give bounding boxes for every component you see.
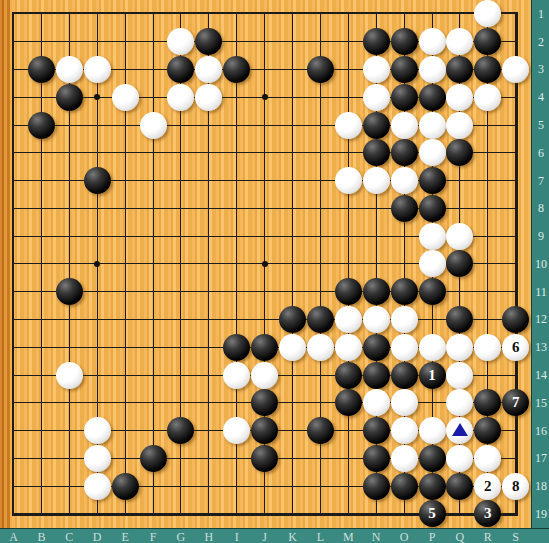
stone-black[interactable] (335, 278, 362, 305)
stone-white[interactable]: 2 (474, 473, 501, 500)
stone-white[interactable] (251, 362, 278, 389)
stone-white[interactable] (56, 362, 83, 389)
stone-white[interactable] (335, 167, 362, 194)
row-labels-strip: 12345678910111213141516171819 (531, 0, 549, 528)
stone-black[interactable] (251, 417, 278, 444)
stone-black[interactable] (140, 445, 167, 472)
col-label: K (288, 530, 297, 543)
stone-white[interactable] (56, 56, 83, 83)
stone-black[interactable] (84, 167, 111, 194)
col-label: G (177, 530, 186, 543)
row-label: 3 (532, 62, 549, 77)
stone-black[interactable] (391, 84, 418, 111)
stone-white[interactable] (419, 28, 446, 55)
stone-white[interactable] (84, 56, 111, 83)
row-label: 10 (532, 256, 549, 271)
stone-black[interactable] (279, 306, 306, 333)
stone-black[interactable] (419, 84, 446, 111)
stone-white[interactable] (446, 334, 473, 361)
stone-black[interactable] (391, 278, 418, 305)
stone-black[interactable]: 5 (419, 500, 446, 527)
stone-white[interactable] (419, 250, 446, 277)
star-point (262, 94, 268, 100)
stone-black[interactable] (391, 56, 418, 83)
row-label: 16 (532, 423, 549, 438)
stone-white[interactable] (363, 306, 390, 333)
col-label: P (429, 530, 436, 543)
col-label: H (204, 530, 213, 543)
stone-white[interactable] (419, 112, 446, 139)
col-label: O (400, 530, 409, 543)
stone-white[interactable] (391, 445, 418, 472)
col-label: C (65, 530, 73, 543)
triangle-marker (452, 423, 468, 436)
stone-black[interactable] (307, 306, 334, 333)
stone-white[interactable] (419, 417, 446, 444)
stone-black[interactable] (56, 278, 83, 305)
stone-black[interactable] (363, 417, 390, 444)
row-label: 17 (532, 451, 549, 466)
col-label: D (93, 530, 102, 543)
stone-white[interactable] (335, 334, 362, 361)
stone-black[interactable] (307, 417, 334, 444)
stone-white[interactable] (474, 334, 501, 361)
row-label: 15 (532, 395, 549, 410)
col-label: F (150, 530, 157, 543)
go-board[interactable]: 6172853 (0, 0, 531, 528)
col-label: B (37, 530, 45, 543)
stone-black[interactable]: 3 (474, 500, 501, 527)
stone-white[interactable] (419, 139, 446, 166)
row-label: 5 (532, 118, 549, 133)
stone-black[interactable] (335, 389, 362, 416)
stone-black[interactable] (446, 473, 473, 500)
row-label: 2 (532, 34, 549, 49)
col-label: M (343, 530, 354, 543)
stone-white[interactable] (335, 306, 362, 333)
stone-black[interactable] (307, 56, 334, 83)
stone-white[interactable] (502, 56, 529, 83)
stone-black[interactable] (28, 56, 55, 83)
move-number-label: 5 (428, 506, 436, 521)
stone-black[interactable] (363, 334, 390, 361)
col-label: L (317, 530, 324, 543)
stone-white[interactable] (363, 56, 390, 83)
stone-white[interactable] (419, 223, 446, 250)
move-number-label: 8 (512, 479, 520, 494)
stone-black[interactable] (363, 473, 390, 500)
stone-black[interactable] (363, 445, 390, 472)
stone-black[interactable] (419, 445, 446, 472)
move-number-label: 6 (512, 340, 520, 355)
stone-black[interactable] (363, 28, 390, 55)
stone-white[interactable] (446, 362, 473, 389)
row-label: 4 (532, 90, 549, 105)
row-label: 12 (532, 312, 549, 327)
go-game-screen: 6172853 ABCDEFGHIJKLMNOPQRS 123456789101… (0, 0, 549, 543)
stone-black[interactable] (419, 473, 446, 500)
stone-black[interactable] (363, 278, 390, 305)
stone-white[interactable] (195, 84, 222, 111)
stone-white[interactable] (419, 334, 446, 361)
stone-white[interactable] (307, 334, 334, 361)
row-label: 9 (532, 229, 549, 244)
col-label: J (262, 530, 267, 543)
stone-white[interactable] (391, 417, 418, 444)
stone-black[interactable] (391, 362, 418, 389)
row-label: 13 (532, 340, 549, 355)
stone-white[interactable] (363, 167, 390, 194)
move-number-label: 7 (512, 395, 520, 410)
row-label: 18 (532, 479, 549, 494)
row-label: 19 (532, 506, 549, 521)
stone-white[interactable] (446, 223, 473, 250)
stone-white[interactable] (84, 445, 111, 472)
row-label: 7 (532, 173, 549, 188)
row-label: 14 (532, 368, 549, 383)
stone-white[interactable] (279, 334, 306, 361)
star-point (262, 261, 268, 267)
stone-black[interactable] (419, 278, 446, 305)
col-label: I (235, 530, 239, 543)
stone-white[interactable] (391, 389, 418, 416)
col-label: R (484, 530, 492, 543)
stone-black[interactable] (112, 473, 139, 500)
row-label: 11 (532, 284, 549, 299)
stone-black[interactable] (223, 56, 250, 83)
col-label: S (512, 530, 519, 543)
stone-white[interactable] (167, 84, 194, 111)
stone-white[interactable] (363, 84, 390, 111)
stone-black[interactable] (419, 167, 446, 194)
stone-white[interactable] (112, 84, 139, 111)
stone-white[interactable] (84, 417, 111, 444)
move-number-label: 2 (484, 479, 492, 494)
row-label: 1 (532, 6, 549, 21)
stone-black[interactable] (391, 473, 418, 500)
stone-white[interactable] (419, 56, 446, 83)
move-number-label: 3 (484, 506, 492, 521)
stone-black[interactable] (391, 28, 418, 55)
stone-black[interactable]: 1 (419, 362, 446, 389)
stone-black[interactable] (502, 306, 529, 333)
stone-black[interactable] (363, 139, 390, 166)
stone-black[interactable]: 7 (502, 389, 529, 416)
stone-white[interactable] (363, 389, 390, 416)
move-number-label: 1 (428, 368, 436, 383)
stone-black[interactable] (363, 362, 390, 389)
stone-black[interactable] (335, 362, 362, 389)
stone-black[interactable] (363, 112, 390, 139)
stone-white[interactable] (446, 112, 473, 139)
col-label: N (372, 530, 381, 543)
stone-black[interactable] (56, 84, 83, 111)
stone-white[interactable] (84, 473, 111, 500)
stone-black[interactable] (223, 334, 250, 361)
stone-black[interactable] (419, 195, 446, 222)
row-label: 6 (532, 145, 549, 160)
board-left-edge (0, 0, 10, 528)
stone-white[interactable]: 6 (502, 334, 529, 361)
stone-white[interactable] (391, 167, 418, 194)
stone-white[interactable] (474, 84, 501, 111)
stone-white[interactable] (391, 112, 418, 139)
stone-white[interactable] (446, 84, 473, 111)
col-label: Q (456, 530, 465, 543)
col-label: A (9, 530, 18, 543)
stone-white[interactable] (391, 306, 418, 333)
stone-white[interactable]: 8 (502, 473, 529, 500)
stone-white[interactable] (223, 362, 250, 389)
stone-white[interactable] (474, 445, 501, 472)
stone-black[interactable] (391, 139, 418, 166)
stone-black[interactable] (251, 445, 278, 472)
stone-black[interactable] (391, 195, 418, 222)
row-label: 8 (532, 201, 549, 216)
stone-white[interactable] (391, 334, 418, 361)
stone-white[interactable] (140, 112, 167, 139)
stone-black[interactable] (251, 334, 278, 361)
stone-white[interactable] (335, 112, 362, 139)
col-label: E (121, 530, 128, 543)
column-labels-strip: ABCDEFGHIJKLMNOPQRS (0, 528, 549, 543)
stone-black[interactable] (28, 112, 55, 139)
